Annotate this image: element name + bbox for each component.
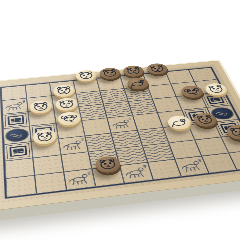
piece-light-wolf[interactable] [75,69,98,82]
cell-c2r6-land[interactable] [33,155,63,175]
leopard-drawing-icon [55,97,79,112]
rat-sketch-icon [120,163,152,183]
cat-drawing-icon [53,84,76,98]
dog-drawing-icon [122,65,146,78]
cell-c3r4-land[interactable] [56,121,85,139]
lion-drawing-icon [32,129,57,146]
piece-dark-rat[interactable] [126,77,151,90]
rat-drawing-icon [126,77,151,90]
cell-c1r5-trap[interactable] [4,141,33,160]
trap-label-cartouche [11,118,21,123]
piece-dark-dog[interactable] [122,65,146,78]
board-3d-wrap [0,64,240,203]
cell-c2r7-land[interactable] [35,172,67,194]
cat-drawing-icon [98,67,121,80]
tiger-drawing-icon [203,82,229,96]
piece-light-rat[interactable] [166,115,194,131]
piece-light-elephant[interactable] [57,111,82,127]
leopard-drawing-icon [94,155,122,174]
piece-dark-leopard[interactable] [94,155,122,174]
wolf-drawing-icon [145,63,169,75]
cell-c4r4-land[interactable] [82,118,111,136]
rat-drawing-icon [166,115,194,131]
piece-dark-cat[interactable] [98,67,121,80]
cell-c6r7-land[interactable] [147,159,181,180]
piece-dark-wolf[interactable] [145,63,169,75]
cell-c6r4-land[interactable] [132,113,162,130]
piece-light-cat[interactable] [53,84,76,98]
cell-c4r7-land[interactable] [92,165,125,186]
wolf-drawing-icon [75,69,98,82]
river-waves-icon [76,91,102,106]
piece-light-leopard[interactable] [55,97,79,112]
piece-light-tiger[interactable] [203,82,229,96]
piece-light-dog[interactable] [29,99,53,114]
cell-c4r3-river[interactable] [79,104,108,121]
cell-c7r5-land[interactable] [163,125,195,143]
photo-frame [0,0,240,240]
piece-light-lion[interactable] [32,129,57,146]
wolf-sketch-icon [64,169,95,190]
cell-c1r7-land[interactable] [6,175,37,197]
cell-c8r5-land[interactable] [188,122,220,140]
dog-drawing-icon [29,99,53,114]
cell-c6r3-river[interactable] [128,99,157,115]
river-waves-icon [138,128,168,146]
elephant-drawing-icon [57,111,82,127]
